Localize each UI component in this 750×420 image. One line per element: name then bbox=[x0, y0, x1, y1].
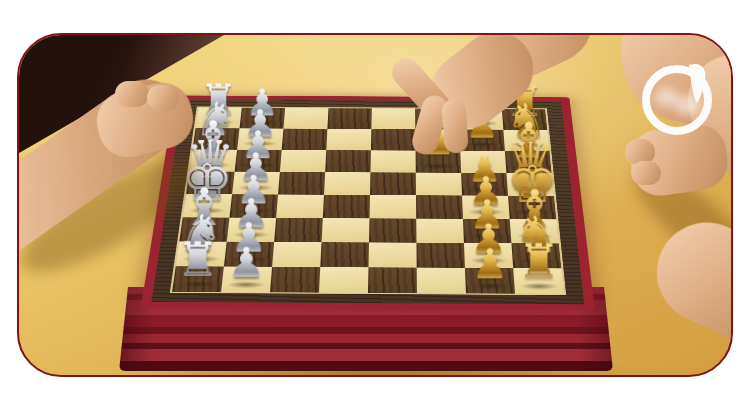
left-knuckle-1 bbox=[115, 81, 149, 107]
piece-glyph: ♜ bbox=[176, 235, 219, 283]
board-square-c6r6 bbox=[416, 219, 464, 243]
board-square-c5r8 bbox=[368, 267, 417, 293]
piece-gold-rook: ♜ bbox=[514, 236, 563, 285]
piece-glyph: ♜ bbox=[517, 237, 560, 285]
board-square-c3r8 bbox=[270, 267, 320, 293]
board-square-c4r1 bbox=[327, 108, 371, 129]
piece-glyph: ♟ bbox=[471, 243, 508, 284]
photo-frame: ♜♞♝♛♚♝♞♜♟♟♟♟♟♟♟♟♟♟♟♟♟♟♟♜♞♝♛♚♝♞♜♟ bbox=[17, 33, 733, 377]
board-square-c4r5 bbox=[323, 195, 370, 219]
left-knuckle-2 bbox=[147, 85, 179, 111]
chess-board: ♜♞♝♛♚♝♞♜♟♟♟♟♟♟♟♟♟♟♟♟♟♟♟♜♞♝♛♚♝♞♜♟ bbox=[141, 95, 595, 309]
piece-glyph: ♟ bbox=[228, 242, 265, 283]
piece-gold-pawn: ♟ bbox=[466, 236, 515, 285]
enso-watermark bbox=[631, 53, 723, 145]
board-square-c3r2 bbox=[282, 129, 328, 151]
board-square-c3r1 bbox=[283, 108, 328, 129]
board-square-c3r3 bbox=[280, 150, 326, 172]
piece-silver-pawn: ♟ bbox=[222, 235, 271, 284]
board-square-c6r4 bbox=[416, 173, 462, 196]
board-square-c6r8 bbox=[417, 268, 466, 294]
board-square-c5r7 bbox=[368, 242, 416, 267]
board-square-c3r7 bbox=[272, 242, 321, 267]
board-square-c3r4 bbox=[278, 172, 325, 195]
piece-silver-rook: ♜ bbox=[173, 234, 222, 283]
board-square-c4r7 bbox=[320, 242, 369, 267]
board-square-c3r5 bbox=[276, 195, 324, 219]
board-square-c4r4 bbox=[324, 172, 370, 195]
board-square-c5r5 bbox=[370, 195, 417, 219]
board-square-c4r8 bbox=[319, 267, 369, 293]
board-square-c6r7 bbox=[416, 243, 464, 268]
right-knuckle-2 bbox=[631, 161, 661, 185]
product-photo-scene: ♜♞♝♛♚♝♞♜♟♟♟♟♟♟♟♟♟♟♟♟♟♟♟♜♞♝♛♚♝♞♜♟ bbox=[0, 0, 750, 420]
board-square-c6r5 bbox=[416, 195, 463, 219]
board-square-c4r3 bbox=[325, 150, 371, 172]
board-square-c5r4 bbox=[370, 172, 416, 195]
board-square-c5r2 bbox=[371, 129, 416, 151]
board-square-c5r1 bbox=[371, 108, 415, 129]
board-square-c4r2 bbox=[326, 129, 371, 151]
moving-hand-middle-finger bbox=[441, 98, 469, 154]
board-square-c5r6 bbox=[369, 218, 416, 242]
